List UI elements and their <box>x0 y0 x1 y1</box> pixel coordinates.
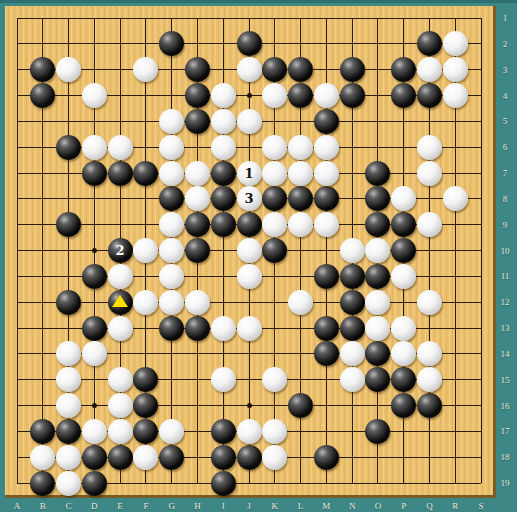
stone-white[interactable] <box>237 264 262 289</box>
stone-black[interactable] <box>56 135 81 160</box>
stone-black[interactable] <box>82 445 107 470</box>
stone-white[interactable] <box>211 83 236 108</box>
stone-white[interactable] <box>108 135 133 160</box>
stone-black[interactable] <box>108 161 133 186</box>
stone-white[interactable] <box>443 57 468 82</box>
stone-black[interactable] <box>30 57 55 82</box>
coord-number: 8 <box>503 194 508 204</box>
stone-black[interactable] <box>159 31 184 56</box>
stone-black[interactable] <box>314 264 339 289</box>
stone-white[interactable] <box>391 341 416 366</box>
stone-white[interactable] <box>262 419 287 444</box>
coord-letter: R <box>452 501 458 511</box>
stone-white[interactable] <box>108 393 133 418</box>
move-number-label: 1 <box>244 166 253 181</box>
stone-black[interactable] <box>56 290 81 315</box>
coord-number: 16 <box>501 401 510 411</box>
stone-black[interactable] <box>314 109 339 134</box>
stone-black[interactable] <box>56 212 81 237</box>
stone-white[interactable] <box>237 316 262 341</box>
stone-black[interactable] <box>314 186 339 211</box>
stone-white[interactable] <box>314 212 339 237</box>
stone-white[interactable] <box>443 31 468 56</box>
move-number-label: 3 <box>244 191 253 206</box>
stone-black[interactable] <box>133 367 158 392</box>
stone-white[interactable] <box>262 445 287 470</box>
stone-white[interactable] <box>211 316 236 341</box>
stone-black[interactable] <box>314 341 339 366</box>
stone-white[interactable] <box>391 264 416 289</box>
stone-black[interactable] <box>133 161 158 186</box>
stone-black[interactable] <box>340 264 365 289</box>
coord-number: 2 <box>503 39 508 49</box>
stone-black[interactable] <box>133 393 158 418</box>
stone-black[interactable] <box>185 238 210 263</box>
coord-number: 10 <box>501 246 510 256</box>
coord-letter: H <box>194 501 201 511</box>
stone-white[interactable] <box>237 109 262 134</box>
stone-black[interactable] <box>417 83 442 108</box>
stone-black[interactable] <box>237 445 262 470</box>
stone-white[interactable] <box>288 290 313 315</box>
coord-number: 12 <box>501 297 510 307</box>
stone-black[interactable] <box>391 57 416 82</box>
stone-white[interactable] <box>443 186 468 211</box>
stone-black[interactable] <box>417 31 442 56</box>
stone-black[interactable] <box>185 212 210 237</box>
grid-line <box>17 302 481 303</box>
stone-white[interactable] <box>56 341 81 366</box>
coord-letter: I <box>222 501 225 511</box>
coord-number: 7 <box>503 168 508 178</box>
coord-letter: J <box>247 501 251 511</box>
stone-black[interactable] <box>391 212 416 237</box>
stone-black[interactable] <box>417 393 442 418</box>
stone-black[interactable] <box>159 186 184 211</box>
stone-black[interactable] <box>185 83 210 108</box>
stone-white[interactable] <box>159 212 184 237</box>
stone-black[interactable] <box>288 83 313 108</box>
coord-letter: B <box>40 501 46 511</box>
stone-white[interactable] <box>417 135 442 160</box>
stone-black[interactable] <box>30 83 55 108</box>
stone-black[interactable] <box>391 367 416 392</box>
stone-white[interactable] <box>262 135 287 160</box>
stone-white[interactable] <box>56 57 81 82</box>
stone-white[interactable] <box>159 238 184 263</box>
stone-white[interactable] <box>108 367 133 392</box>
stone-white[interactable] <box>314 161 339 186</box>
coord-letter: D <box>91 501 98 511</box>
stone-black[interactable] <box>365 367 390 392</box>
stone-white[interactable] <box>391 316 416 341</box>
stone-white[interactable] <box>365 316 390 341</box>
stone-black[interactable] <box>340 316 365 341</box>
stone-black[interactable] <box>365 212 390 237</box>
stone-white[interactable] <box>133 445 158 470</box>
stone-black[interactable] <box>108 290 133 315</box>
stone-black[interactable] <box>340 290 365 315</box>
stone-black[interactable] <box>314 445 339 470</box>
stone-black[interactable] <box>211 212 236 237</box>
stone-black[interactable] <box>340 57 365 82</box>
stone-white[interactable] <box>82 135 107 160</box>
stone-white[interactable] <box>56 471 81 496</box>
hoshi-dot <box>247 403 252 408</box>
stone-white[interactable] <box>82 341 107 366</box>
coord-letter: A <box>14 501 21 511</box>
stone-white[interactable] <box>108 316 133 341</box>
coord-letter: M <box>322 501 330 511</box>
coord-letter: K <box>272 501 279 511</box>
stone-white[interactable] <box>185 161 210 186</box>
stone-white[interactable] <box>365 238 390 263</box>
stone-white[interactable] <box>237 57 262 82</box>
coord-number: 1 <box>503 13 508 23</box>
stone-black[interactable] <box>211 419 236 444</box>
stone-black[interactable] <box>30 419 55 444</box>
stone-black[interactable] <box>365 161 390 186</box>
stone-white[interactable] <box>185 186 210 211</box>
stone-white[interactable] <box>417 161 442 186</box>
stone-white[interactable] <box>417 367 442 392</box>
stone-white[interactable] <box>340 238 365 263</box>
coord-number: 14 <box>501 349 510 359</box>
stone-black[interactable] <box>288 393 313 418</box>
stone-black[interactable] <box>159 316 184 341</box>
stone-black[interactable] <box>82 264 107 289</box>
stone-black[interactable] <box>133 419 158 444</box>
stone-black[interactable] <box>262 186 287 211</box>
stone-white[interactable] <box>288 135 313 160</box>
go-board[interactable]: 213 <box>5 6 496 498</box>
stone-white[interactable] <box>262 212 287 237</box>
stone-white[interactable] <box>211 367 236 392</box>
stone-white[interactable] <box>159 135 184 160</box>
stone-white[interactable] <box>237 419 262 444</box>
coord-letter: C <box>66 501 72 511</box>
stone-white[interactable] <box>159 290 184 315</box>
stone-black[interactable] <box>391 393 416 418</box>
coord-letter: F <box>143 501 148 511</box>
stone-black[interactable] <box>30 471 55 496</box>
stone-black[interactable] <box>288 57 313 82</box>
stone-white[interactable] <box>443 83 468 108</box>
coord-number: 19 <box>501 478 510 488</box>
stone-white[interactable] <box>108 264 133 289</box>
stone-black[interactable]: 2 <box>108 238 133 263</box>
stone-black[interactable] <box>365 341 390 366</box>
stone-white[interactable] <box>417 341 442 366</box>
stone-white[interactable] <box>391 186 416 211</box>
coord-letter: N <box>349 501 356 511</box>
stone-black[interactable] <box>82 161 107 186</box>
stone-black[interactable] <box>211 186 236 211</box>
stone-black[interactable] <box>365 419 390 444</box>
coord-letter: P <box>401 501 406 511</box>
coord-letter: G <box>168 501 175 511</box>
stone-black[interactable] <box>82 316 107 341</box>
grid-line <box>481 18 482 483</box>
stone-white[interactable] <box>159 419 184 444</box>
stone-white[interactable] <box>30 445 55 470</box>
coord-number: 18 <box>501 452 510 462</box>
stone-white[interactable] <box>211 135 236 160</box>
stone-white[interactable] <box>82 419 107 444</box>
stone-white[interactable] <box>56 393 81 418</box>
stone-black[interactable] <box>108 445 133 470</box>
coord-letter: Q <box>426 501 433 511</box>
coord-number: 17 <box>501 426 510 436</box>
stone-white[interactable] <box>314 83 339 108</box>
stone-white[interactable] <box>185 290 210 315</box>
coord-number: 9 <box>503 220 508 230</box>
stone-black[interactable] <box>185 316 210 341</box>
triangle-marker <box>112 295 128 307</box>
stone-white[interactable] <box>237 238 262 263</box>
stone-black[interactable] <box>288 186 313 211</box>
stone-black[interactable] <box>365 186 390 211</box>
stone-white[interactable] <box>133 238 158 263</box>
stone-white[interactable] <box>417 57 442 82</box>
stone-black[interactable] <box>314 316 339 341</box>
stone-black[interactable] <box>56 419 81 444</box>
stone-black[interactable] <box>391 83 416 108</box>
stone-white[interactable] <box>288 161 313 186</box>
coord-number: 4 <box>503 91 508 101</box>
stone-black[interactable] <box>262 57 287 82</box>
stone-black[interactable] <box>237 212 262 237</box>
coord-letter: E <box>117 501 123 511</box>
coord-number: 13 <box>501 323 510 333</box>
stone-white[interactable] <box>56 445 81 470</box>
coord-number: 11 <box>501 271 510 281</box>
stone-white[interactable] <box>262 161 287 186</box>
coord-number: 6 <box>503 142 508 152</box>
coord-number: 3 <box>503 65 508 75</box>
stone-black[interactable] <box>237 31 262 56</box>
coord-number: 15 <box>501 375 510 385</box>
stone-black[interactable] <box>340 83 365 108</box>
stone-black[interactable] <box>391 238 416 263</box>
stone-white[interactable] <box>133 290 158 315</box>
stone-black[interactable] <box>185 109 210 134</box>
hoshi-dot <box>92 403 97 408</box>
stone-white[interactable] <box>417 290 442 315</box>
stone-black[interactable] <box>365 264 390 289</box>
coord-letter: O <box>375 501 382 511</box>
hoshi-dot <box>92 248 97 253</box>
stone-white[interactable] <box>211 109 236 134</box>
go-diagram: 213 ABCDEFGHIJKLMNOPQRS 1234567891011121… <box>0 0 517 512</box>
stone-black[interactable] <box>211 471 236 496</box>
stone-black[interactable] <box>262 238 287 263</box>
stone-white[interactable] <box>340 341 365 366</box>
stone-white[interactable] <box>159 264 184 289</box>
stone-white[interactable]: 1 <box>237 161 262 186</box>
stone-white[interactable] <box>56 367 81 392</box>
stone-black[interactable] <box>185 57 210 82</box>
stone-white[interactable] <box>314 135 339 160</box>
coord-letter: L <box>298 501 304 511</box>
move-number-label: 2 <box>116 243 125 258</box>
stone-white[interactable] <box>108 419 133 444</box>
stone-white[interactable]: 3 <box>237 186 262 211</box>
stone-white[interactable] <box>365 290 390 315</box>
coord-letter: S <box>479 501 484 511</box>
stone-white[interactable] <box>133 57 158 82</box>
stone-black[interactable] <box>82 471 107 496</box>
hoshi-dot <box>247 93 252 98</box>
stone-white[interactable] <box>159 109 184 134</box>
stone-white[interactable] <box>159 161 184 186</box>
stone-white[interactable] <box>262 367 287 392</box>
stone-black[interactable] <box>159 445 184 470</box>
stone-white[interactable] <box>340 367 365 392</box>
stone-black[interactable] <box>211 161 236 186</box>
stone-white[interactable] <box>288 212 313 237</box>
stone-white[interactable] <box>82 83 107 108</box>
coord-number: 5 <box>503 116 508 126</box>
stone-black[interactable] <box>211 445 236 470</box>
stone-white[interactable] <box>417 212 442 237</box>
stone-white[interactable] <box>262 83 287 108</box>
